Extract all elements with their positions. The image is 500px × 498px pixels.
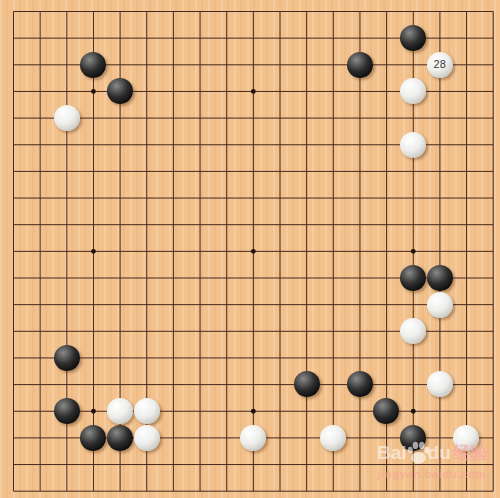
stone-grid[interactable]: 28 [0,0,500,498]
black-stone[interactable] [80,425,106,451]
white-stone[interactable] [134,425,160,451]
white-stone[interactable] [453,425,479,451]
white-stone[interactable] [400,78,426,104]
white-stone[interactable] [240,425,266,451]
black-stone[interactable] [294,371,320,397]
move-number-label: 28 [434,59,446,70]
black-stone[interactable] [427,265,453,291]
black-stone[interactable] [54,345,80,371]
black-stone[interactable] [400,425,426,451]
white-stone[interactable] [427,371,453,397]
white-stone[interactable] [400,132,426,158]
black-stone[interactable] [373,398,399,424]
white-stone[interactable] [320,425,346,451]
white-stone[interactable] [400,318,426,344]
black-stone[interactable] [347,52,373,78]
black-stone[interactable] [347,371,373,397]
black-stone[interactable] [107,425,133,451]
go-board: 28 Bai du 经验 jingyan.baidu.com [0,0,500,498]
white-stone-move-28[interactable]: 28 [427,52,453,78]
black-stone[interactable] [80,52,106,78]
black-stone[interactable] [400,25,426,51]
white-stone[interactable] [427,292,453,318]
white-stone[interactable] [54,105,80,131]
black-stone[interactable] [54,398,80,424]
black-stone[interactable] [107,78,133,104]
white-stone[interactable] [134,398,160,424]
black-stone[interactable] [400,265,426,291]
white-stone[interactable] [107,398,133,424]
